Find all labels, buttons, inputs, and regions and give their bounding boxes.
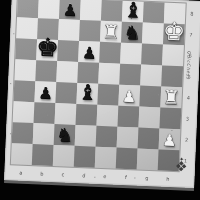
photo-speck [13, 33, 14, 34]
rank-label-2: 2 [185, 136, 188, 142]
piece-black-bishop[interactable]: ♝ [78, 82, 98, 104]
pieces-layer: ♟♝♜♞♚♚♟♟♝♟♜♞♟ [11, 0, 186, 171]
piece-white-pawn[interactable]: ♟ [162, 133, 177, 150]
rank-label-3: 3 [186, 115, 189, 121]
chess-board: ♟♝♜♞♚♚♟♟♝♟♜♞♟ abcdefgh87654321 QuicChess… [4, 0, 200, 188]
piece-black-knight[interactable]: ♞ [56, 125, 74, 145]
photo-speck [10, 133, 11, 134]
piece-white-pawn[interactable]: ♟ [122, 89, 137, 106]
file-label-b: b [40, 170, 43, 176]
piece-black-pawn[interactable]: ♟ [38, 85, 53, 102]
file-label-g: g [145, 175, 148, 181]
compass-knot-emblem-icon: ❖✦ [175, 158, 188, 175]
piece-black-king[interactable]: ♚ [36, 34, 59, 60]
file-label-e: e [103, 173, 106, 179]
file-label-d: d [82, 172, 85, 178]
piece-black-pawn[interactable]: ♟ [62, 2, 77, 19]
rank-label-7: 7 [189, 32, 192, 38]
file-label-a: a [19, 170, 22, 176]
piece-white-king[interactable]: ♚ [162, 18, 185, 44]
file-label-h: h [166, 176, 169, 182]
piece-black-bishop[interactable]: ♝ [123, 0, 143, 22]
piece-black-knight[interactable]: ♞ [123, 23, 141, 43]
file-label-c: c [61, 171, 64, 177]
rank-label-4: 4 [187, 95, 190, 101]
piece-white-rook[interactable]: ♜ [102, 22, 120, 42]
piece-black-pawn[interactable]: ♟ [82, 45, 97, 62]
photo-speck [94, 177, 95, 178]
photo-speck [134, 177, 135, 178]
rank-label-8: 8 [190, 11, 193, 17]
board-photo: ♟♝♜♞♚♚♟♟♝♟♜♞♟ abcdefgh87654321 QuicChess… [0, 0, 200, 200]
piece-white-rook[interactable]: ♜ [162, 88, 180, 108]
photo-speck [10, 83, 11, 84]
file-label-f: f [125, 174, 127, 180]
